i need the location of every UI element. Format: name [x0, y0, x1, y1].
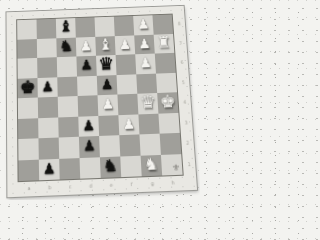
square-h4[interactable]: ♚ — [157, 92, 178, 113]
black-knight[interactable]: ♞ — [103, 157, 118, 174]
square-a4[interactable] — [18, 98, 38, 119]
square-a1[interactable] — [18, 159, 39, 181]
photo-background: { "game": "chess", "position": "2b3P1/2n… — [0, 0, 200, 200]
rank-label-3: 3 — [180, 112, 191, 133]
square-e1[interactable]: ♞ — [100, 156, 121, 178]
black-knight[interactable]: ♞ — [59, 38, 73, 54]
square-d1[interactable] — [80, 157, 101, 179]
white-pawn[interactable]: ♟ — [139, 56, 152, 70]
square-d8[interactable] — [75, 17, 95, 37]
square-b4[interactable] — [38, 97, 58, 118]
square-g4[interactable]: ♛ — [137, 93, 158, 114]
chess-board: ♝♟♞♟♝♟♟♜♟♛♟♚♟♟♟♛♚♟♟♟♟♞♞⚜ abcdefgh 876543… — [6, 6, 197, 197]
square-g8[interactable]: ♟ — [133, 15, 153, 35]
square-e6[interactable]: ♛ — [96, 55, 117, 75]
square-b1[interactable]: ♟ — [39, 158, 60, 180]
square-c4[interactable] — [58, 96, 79, 117]
black-pawn[interactable]: ♟ — [43, 161, 56, 176]
square-f6[interactable] — [116, 54, 137, 74]
square-c7[interactable]: ♞ — [56, 37, 76, 57]
square-b7[interactable] — [37, 38, 57, 58]
square-g1[interactable]: ♞ — [141, 154, 163, 176]
board-maker-emblem: ⚜ — [172, 163, 181, 173]
board-grid: ♝♟♞♟♝♟♟♜♟♛♟♚♟♟♟♛♚♟♟♟♟♞♞⚜ — [17, 15, 182, 182]
square-c2[interactable] — [59, 137, 80, 159]
black-bishop[interactable]: ♝ — [59, 19, 73, 34]
rank-label-1: 1 — [183, 153, 195, 174]
white-pawn[interactable]: ♟ — [122, 116, 135, 130]
rank-label-2: 2 — [182, 132, 194, 153]
square-e2[interactable] — [99, 135, 120, 157]
black-king[interactable]: ♚ — [20, 78, 36, 96]
square-e8[interactable] — [95, 17, 115, 37]
square-a7[interactable] — [17, 39, 37, 59]
black-pawn[interactable]: ♟ — [83, 138, 96, 153]
square-h8[interactable] — [152, 15, 173, 35]
square-a8[interactable] — [17, 19, 37, 39]
black-pawn[interactable]: ♟ — [41, 79, 54, 93]
file-label-f: f — [121, 177, 142, 190]
rank-label-4: 4 — [179, 92, 190, 113]
square-b5[interactable]: ♟ — [37, 77, 57, 98]
square-d6[interactable]: ♟ — [76, 56, 96, 76]
square-d2[interactable]: ♟ — [79, 136, 100, 158]
white-rook[interactable]: ♜ — [156, 35, 171, 51]
square-d3[interactable]: ♟ — [78, 115, 99, 136]
white-bishop[interactable]: ♝ — [98, 37, 113, 53]
square-f8[interactable] — [114, 16, 134, 36]
black-pawn[interactable]: ♟ — [82, 118, 95, 132]
rank-label-5: 5 — [178, 72, 189, 92]
square-e3[interactable] — [98, 115, 119, 136]
square-h7[interactable]: ♜ — [154, 34, 175, 54]
square-c5[interactable] — [57, 76, 77, 97]
square-d7[interactable]: ♟ — [76, 36, 96, 56]
white-king[interactable]: ♚ — [159, 93, 176, 111]
square-c3[interactable] — [58, 116, 79, 137]
square-g6[interactable]: ♟ — [135, 54, 156, 74]
file-label-g: g — [142, 177, 163, 190]
square-e5[interactable]: ♟ — [97, 75, 118, 96]
black-queen[interactable]: ♛ — [98, 55, 115, 73]
file-label-b: b — [39, 181, 60, 194]
rank-label-7: 7 — [175, 33, 186, 53]
file-label-c: c — [60, 180, 81, 193]
white-pawn[interactable]: ♟ — [101, 97, 114, 111]
square-c8[interactable]: ♝ — [56, 18, 76, 38]
square-b8[interactable] — [37, 19, 57, 39]
square-g3[interactable] — [138, 113, 159, 134]
square-c6[interactable] — [57, 56, 77, 76]
square-f3[interactable]: ♟ — [118, 114, 139, 135]
white-pawn[interactable]: ♟ — [137, 17, 150, 30]
square-b2[interactable] — [38, 138, 59, 160]
square-b3[interactable] — [38, 117, 59, 138]
file-label-h: h — [162, 176, 183, 189]
white-queen[interactable]: ♛ — [139, 93, 156, 111]
file-label-e: e — [101, 178, 122, 191]
square-h6[interactable] — [155, 53, 176, 73]
square-h3[interactable] — [158, 112, 179, 133]
rank-label-6: 6 — [176, 52, 187, 72]
square-f4[interactable] — [117, 94, 138, 115]
square-h1[interactable]: ⚜ — [161, 154, 183, 176]
black-pawn[interactable]: ♟ — [101, 77, 114, 91]
square-f7[interactable]: ♟ — [115, 35, 135, 55]
square-g2[interactable] — [139, 134, 160, 156]
file-label-a: a — [19, 181, 40, 194]
white-knight[interactable]: ♞ — [144, 156, 160, 173]
black-pawn[interactable]: ♟ — [80, 58, 93, 72]
square-f1[interactable] — [120, 155, 141, 177]
square-e4[interactable]: ♟ — [98, 95, 119, 116]
square-c1[interactable] — [59, 158, 80, 180]
file-label-d: d — [80, 179, 101, 192]
square-h2[interactable] — [160, 133, 182, 155]
white-pawn[interactable]: ♟ — [118, 37, 131, 51]
rank-label-8: 8 — [174, 14, 185, 33]
white-pawn[interactable]: ♟ — [138, 36, 151, 50]
white-pawn[interactable]: ♟ — [79, 39, 92, 53]
square-g7[interactable]: ♟ — [134, 34, 155, 54]
square-f2[interactable] — [119, 134, 140, 156]
square-b6[interactable] — [37, 57, 57, 77]
square-d4[interactable] — [78, 95, 99, 116]
square-f5[interactable] — [117, 74, 138, 95]
square-a5[interactable]: ♚ — [18, 78, 38, 99]
square-a2[interactable] — [18, 138, 39, 160]
square-d5[interactable] — [77, 75, 98, 96]
square-a3[interactable] — [18, 118, 38, 139]
